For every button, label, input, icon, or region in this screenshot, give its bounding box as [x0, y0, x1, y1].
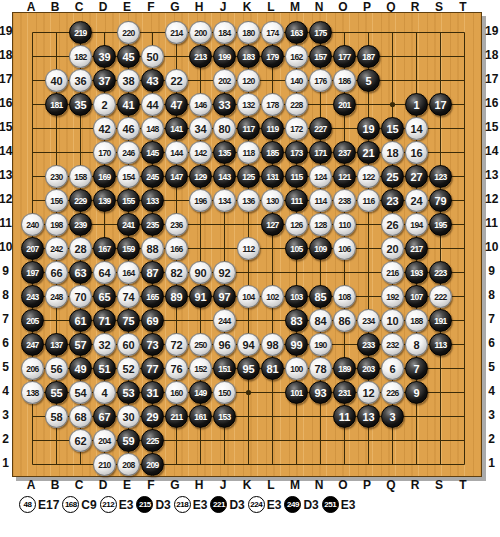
move-number: 188	[410, 316, 423, 326]
stone-G17: 22	[165, 69, 188, 92]
bottom-column-label-O: O	[338, 478, 347, 492]
move-number: 98	[266, 339, 278, 351]
move-number: 144	[170, 148, 183, 158]
move-number: 179	[266, 52, 279, 62]
move-number: 72	[170, 339, 182, 351]
stone-K15: 117	[237, 117, 260, 140]
stone-H3: 161	[189, 405, 212, 428]
stone-E16: 41	[117, 93, 140, 116]
stone-D14: 170	[93, 141, 116, 164]
move-number: 128	[314, 220, 327, 230]
move-number: 22	[170, 75, 182, 87]
stone-C11: 239	[69, 213, 92, 236]
stone-Q6: 232	[381, 333, 404, 356]
stone-L6: 98	[261, 333, 284, 356]
stone-D2: 204	[93, 429, 116, 452]
stone-P18: 187	[357, 45, 380, 68]
stone-M8: 103	[285, 285, 308, 308]
stone-M19: 163	[285, 21, 308, 44]
move-number: 164	[122, 268, 135, 278]
move-number: 176	[314, 76, 327, 86]
move-number: 193	[410, 268, 423, 278]
move-number: 244	[218, 316, 231, 326]
stone-N12: 114	[309, 189, 332, 212]
move-number: 235	[146, 220, 159, 230]
move-number: 229	[74, 196, 87, 206]
stone-E4: 53	[117, 381, 140, 404]
move-number: 69	[146, 315, 158, 327]
stone-M14: 173	[285, 141, 308, 164]
move-number: 116	[362, 196, 374, 206]
move-number: 227	[314, 124, 327, 134]
caption-stone-icon: 168	[62, 496, 79, 513]
move-number: 28	[74, 243, 86, 255]
stone-A4: 138	[21, 381, 44, 404]
move-number: 181	[50, 100, 63, 110]
move-number: 123	[434, 172, 447, 182]
move-number: 204	[98, 436, 111, 446]
move-number: 220	[122, 28, 135, 38]
caption-point-label: E3	[267, 498, 282, 512]
move-number: 65	[98, 291, 110, 303]
go-board[interactable]: 2192202142001841801741631751823945502131…	[12, 12, 482, 477]
stone-B6: 137	[45, 333, 68, 356]
stone-J3: 153	[213, 405, 236, 428]
move-number: 7	[413, 363, 419, 375]
stone-M15: 172	[285, 117, 308, 140]
move-number: 191	[434, 316, 447, 326]
stone-O13: 121	[333, 165, 356, 188]
stone-N10: 109	[309, 237, 332, 260]
stone-J9: 92	[213, 261, 236, 284]
right-row-label-6: 6	[485, 336, 498, 350]
left-row-label-15: 15	[0, 120, 12, 134]
left-row-label-5: 5	[0, 360, 12, 374]
caption-stone-icon: 215	[136, 496, 153, 513]
move-number: 10	[386, 315, 398, 327]
stone-D5: 51	[93, 357, 116, 380]
stone-E15: 46	[117, 117, 140, 140]
stone-M12: 111	[285, 189, 308, 212]
move-number: 219	[74, 28, 87, 38]
stone-F2: 225	[141, 429, 164, 452]
stone-O16: 201	[333, 93, 356, 116]
move-number: 46	[122, 123, 134, 135]
stone-O14: 237	[333, 141, 356, 164]
caption-point-label: D3	[303, 498, 318, 512]
right-row-label-17: 17	[485, 72, 498, 86]
move-number: 173	[290, 148, 303, 158]
move-number: 76	[170, 363, 182, 375]
stone-B17: 40	[45, 69, 68, 92]
stone-H4: 149	[189, 381, 212, 404]
star-point-K4	[246, 390, 251, 395]
move-number: 127	[266, 220, 279, 230]
stone-M18: 162	[285, 45, 308, 68]
bottom-column-label-Q: Q	[386, 478, 395, 492]
move-number: 145	[146, 148, 159, 158]
move-number: 161	[194, 412, 207, 422]
stone-F1: 209	[141, 453, 164, 476]
stone-B13: 230	[45, 165, 68, 188]
move-number: 71	[98, 315, 110, 327]
stone-E6: 60	[117, 333, 140, 356]
stone-G19: 214	[165, 21, 188, 44]
move-number: 236	[170, 220, 183, 230]
stone-J17: 202	[213, 69, 236, 92]
right-row-label-18: 18	[485, 48, 498, 62]
move-number: 74	[122, 291, 134, 303]
stone-J13: 143	[213, 165, 236, 188]
move-number: 142	[194, 148, 207, 158]
move-number: 114	[314, 196, 326, 206]
right-row-label-4: 4	[485, 384, 498, 398]
move-number: 26	[386, 219, 398, 231]
stone-H9: 90	[189, 261, 212, 284]
move-number: 205	[26, 316, 39, 326]
move-number: 198	[50, 220, 63, 230]
left-row-label-12: 12	[0, 192, 12, 206]
move-number: 137	[50, 340, 63, 350]
stone-F4: 31	[141, 381, 164, 404]
stone-H14: 142	[189, 141, 212, 164]
stone-J16: 33	[213, 93, 236, 116]
move-number: 33	[218, 99, 230, 111]
left-row-label-1: 1	[0, 456, 12, 470]
stone-C9: 63	[69, 261, 92, 284]
move-number: 89	[170, 291, 182, 303]
move-number: 31	[146, 387, 158, 399]
move-number: 175	[314, 28, 327, 38]
move-number: 136	[242, 196, 255, 206]
move-number: 233	[362, 340, 375, 350]
move-number: 96	[218, 339, 230, 351]
caption-point-label: E3	[119, 498, 134, 512]
stone-E9: 164	[117, 261, 140, 284]
move-number: 85	[314, 291, 326, 303]
stone-B12: 156	[45, 189, 68, 212]
move-number: 225	[146, 436, 159, 446]
left-row-label-4: 4	[0, 384, 12, 398]
stone-C7: 61	[69, 309, 92, 332]
move-number: 160	[170, 388, 183, 398]
stone-R14: 16	[405, 141, 428, 164]
stone-P6: 233	[357, 333, 380, 356]
stone-D18: 39	[93, 45, 116, 68]
move-number: 148	[146, 124, 159, 134]
stone-L16: 178	[261, 93, 284, 116]
move-number: 177	[338, 52, 351, 62]
move-number: 117	[242, 124, 254, 134]
stone-J7: 244	[213, 309, 236, 332]
stone-H19: 200	[189, 21, 212, 44]
move-number: 2	[101, 99, 107, 111]
move-number: 120	[242, 76, 255, 86]
move-number: 151	[218, 364, 231, 374]
move-number: 112	[242, 244, 254, 254]
stone-F10: 88	[141, 237, 164, 260]
move-number: 206	[26, 364, 39, 374]
stone-N13: 124	[309, 165, 332, 188]
stone-F12: 133	[141, 189, 164, 212]
stone-C19: 219	[69, 21, 92, 44]
move-number: 231	[338, 388, 351, 398]
move-number: 106	[338, 244, 351, 254]
right-row-label-13: 13	[485, 168, 498, 182]
stone-E7: 75	[117, 309, 140, 332]
stone-D7: 71	[93, 309, 116, 332]
stone-N19: 175	[309, 21, 332, 44]
stone-F7: 69	[141, 309, 164, 332]
stone-S6: 113	[429, 333, 452, 356]
stone-G4: 160	[165, 381, 188, 404]
right-row-label-7: 7	[485, 312, 498, 326]
stone-N15: 227	[309, 117, 332, 140]
stone-E19: 220	[117, 21, 140, 44]
bottom-column-label-D: D	[99, 478, 108, 492]
caption-stone-icon: 221	[210, 496, 227, 513]
left-row-label-13: 13	[0, 168, 12, 182]
move-number: 239	[74, 220, 87, 230]
move-number: 240	[26, 220, 39, 230]
stone-E14: 246	[117, 141, 140, 164]
stone-B3: 58	[45, 405, 68, 428]
move-number: 75	[122, 315, 134, 327]
stone-D13: 169	[93, 165, 116, 188]
caption-entry-move-168: 168C9	[62, 496, 96, 513]
move-number: 192	[386, 292, 399, 302]
stone-L18: 179	[261, 45, 284, 68]
caption-point-label: D3	[155, 498, 170, 512]
stone-O17: 186	[333, 69, 356, 92]
stone-J8: 97	[213, 285, 236, 308]
move-number: 237	[338, 148, 351, 158]
stone-F18: 50	[141, 45, 164, 68]
move-number: 24	[410, 195, 422, 207]
bottom-column-label-J: J	[220, 478, 227, 492]
stone-S8: 222	[429, 285, 452, 308]
stone-J15: 80	[213, 117, 236, 140]
caption-entry-move-215: 215D3	[136, 496, 170, 513]
stone-M17: 140	[285, 69, 308, 92]
stone-D10: 167	[93, 237, 116, 260]
move-number: 25	[386, 171, 398, 183]
move-number: 141	[170, 124, 183, 134]
bottom-column-label-R: R	[411, 478, 420, 492]
bottom-column-label-A: A	[27, 478, 36, 492]
stone-E11: 241	[117, 213, 140, 236]
move-number: 243	[26, 292, 39, 302]
move-number: 178	[266, 100, 279, 110]
move-number: 248	[50, 292, 63, 302]
move-number: 109	[314, 244, 327, 254]
move-number: 38	[122, 75, 134, 87]
move-number: 59	[122, 435, 134, 447]
left-row-label-2: 2	[0, 432, 12, 446]
stone-N18: 157	[309, 45, 332, 68]
stone-F14: 145	[141, 141, 164, 164]
star-point-Q16	[390, 102, 395, 107]
stone-G3: 211	[165, 405, 188, 428]
move-number: 216	[386, 268, 399, 278]
stone-G6: 72	[165, 333, 188, 356]
right-row-label-14: 14	[485, 144, 498, 158]
stone-J18: 199	[213, 45, 236, 68]
caption-point-label: C9	[81, 498, 96, 512]
move-number: 118	[242, 148, 254, 158]
stone-B8: 248	[45, 285, 68, 308]
move-number: 121	[338, 172, 351, 182]
caption-stone-icon: 251	[322, 496, 339, 513]
move-number: 246	[122, 148, 135, 158]
left-row-label-11: 11	[0, 216, 12, 230]
move-number: 21	[362, 147, 374, 159]
stone-N5: 78	[309, 357, 332, 380]
move-number: 52	[122, 363, 134, 375]
stone-S9: 223	[429, 261, 452, 284]
move-number: 149	[194, 388, 207, 398]
stone-D8: 65	[93, 285, 116, 308]
stone-N8: 85	[309, 285, 332, 308]
stone-C4: 54	[69, 381, 92, 404]
stone-Q13: 25	[381, 165, 404, 188]
bottom-column-label-T: T	[459, 478, 466, 492]
move-number: 29	[146, 411, 158, 423]
stone-C3: 68	[69, 405, 92, 428]
caption-point-label: D3	[229, 498, 244, 512]
move-number: 241	[122, 220, 135, 230]
move-number: 30	[122, 411, 134, 423]
move-number: 49	[74, 363, 86, 375]
stone-J4: 150	[213, 381, 236, 404]
stone-O8: 108	[333, 285, 356, 308]
move-number: 211	[170, 412, 182, 422]
move-number: 171	[314, 148, 327, 158]
stone-F15: 148	[141, 117, 164, 140]
move-number: 94	[242, 339, 254, 351]
stone-L5: 81	[261, 357, 284, 380]
move-number: 92	[218, 267, 230, 279]
stone-F5: 77	[141, 357, 164, 380]
bottom-column-label-E: E	[123, 478, 131, 492]
stone-H5: 152	[189, 357, 212, 380]
bottom-column-label-P: P	[363, 478, 371, 492]
move-number: 67	[98, 411, 110, 423]
move-number: 40	[50, 75, 62, 87]
stone-E1: 208	[117, 453, 140, 476]
stone-A11: 240	[21, 213, 44, 236]
stone-C18: 182	[69, 45, 92, 68]
move-number: 245	[146, 172, 159, 182]
move-number: 100	[290, 364, 303, 374]
stone-Q8: 192	[381, 285, 404, 308]
move-number: 159	[122, 244, 135, 254]
stone-O12: 238	[333, 189, 356, 212]
stone-B16: 181	[45, 93, 68, 116]
stone-R9: 193	[405, 261, 428, 284]
move-number: 44	[146, 99, 158, 111]
move-number: 56	[50, 363, 62, 375]
caption-entry-move-221: 221D3	[210, 496, 244, 513]
stone-A8: 243	[21, 285, 44, 308]
go-kifu-diagram: ABCDEFGHJKLMNOPQRST 21922021420018418017…	[0, 0, 500, 537]
stone-J14: 135	[213, 141, 236, 164]
move-number: 170	[98, 148, 111, 158]
move-number: 77	[146, 363, 158, 375]
stone-S13: 123	[429, 165, 452, 188]
move-number: 182	[74, 52, 87, 62]
move-number: 129	[194, 172, 207, 182]
stone-H18: 213	[189, 45, 212, 68]
bottom-column-label-C: C	[75, 478, 84, 492]
move-number: 113	[434, 340, 446, 350]
stone-N14: 171	[309, 141, 332, 164]
stone-C13: 158	[69, 165, 92, 188]
stone-L8: 102	[261, 285, 284, 308]
right-row-label-15: 15	[485, 120, 498, 134]
move-number: 14	[410, 123, 422, 135]
stone-Q11: 26	[381, 213, 404, 236]
stone-P12: 116	[357, 189, 380, 212]
caption-ko-moves: 48E17168C9212E3215D3218E3221D3224E3249D3…	[19, 496, 355, 513]
bottom-column-label-G: G	[170, 478, 179, 492]
move-number: 64	[98, 267, 110, 279]
move-number: 222	[434, 292, 447, 302]
move-number: 126	[290, 220, 303, 230]
caption-stone-icon: 48	[19, 496, 36, 513]
stone-D4: 4	[93, 381, 116, 404]
move-number: 234	[362, 316, 375, 326]
stone-P5: 203	[357, 357, 380, 380]
move-number: 195	[434, 220, 447, 230]
move-number: 102	[266, 292, 279, 302]
move-number: 95	[242, 363, 254, 375]
left-row-label-3: 3	[0, 408, 12, 422]
stone-A10: 207	[21, 237, 44, 260]
stone-A5: 206	[21, 357, 44, 380]
move-number: 3	[389, 411, 395, 423]
caption-entry-move-218: 218E3	[174, 496, 208, 513]
move-number: 73	[146, 339, 158, 351]
move-number: 134	[218, 196, 231, 206]
stone-S11: 195	[429, 213, 452, 236]
stone-O10: 106	[333, 237, 356, 260]
stone-R8: 107	[405, 285, 428, 308]
stone-K17: 120	[237, 69, 260, 92]
stone-P7: 234	[357, 309, 380, 332]
stone-D12: 139	[93, 189, 116, 212]
stone-O11: 110	[333, 213, 356, 236]
stone-Q10: 20	[381, 237, 404, 260]
stone-E12: 155	[117, 189, 140, 212]
right-row-label-9: 9	[485, 264, 498, 278]
stone-G9: 82	[165, 261, 188, 284]
move-number: 146	[194, 100, 207, 110]
stone-G8: 89	[165, 285, 188, 308]
move-number: 247	[26, 340, 39, 350]
caption-stone-icon: 249	[284, 496, 301, 513]
stone-R4: 9	[405, 381, 428, 404]
move-number: 6	[389, 363, 395, 375]
stone-D6: 32	[93, 333, 116, 356]
move-number: 61	[74, 315, 86, 327]
stone-K18: 183	[237, 45, 260, 68]
stone-B10: 242	[45, 237, 68, 260]
stone-F9: 87	[141, 261, 164, 284]
move-number: 169	[98, 172, 111, 182]
stone-L13: 131	[261, 165, 284, 188]
move-number: 107	[410, 292, 423, 302]
